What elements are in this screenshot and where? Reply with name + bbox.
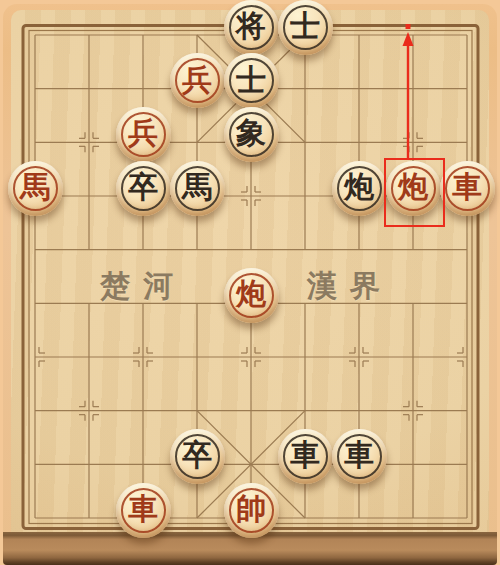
move-highlight-box (384, 158, 445, 227)
piece-glyph: 卒 (182, 440, 212, 470)
piece-glyph: 卒 (128, 172, 158, 202)
piece-red-soldier[interactable]: 兵 (170, 53, 225, 108)
piece-black-cannon[interactable]: 炮 (332, 161, 387, 216)
piece-black-soldier[interactable]: 卒 (170, 429, 225, 484)
piece-glyph: 炮 (236, 279, 266, 309)
piece-glyph: 馬 (182, 172, 212, 202)
piece-red-general[interactable]: 帥 (224, 483, 279, 538)
piece-glyph: 帥 (236, 494, 266, 524)
river-label-han-jie: 漢界 (307, 266, 393, 307)
piece-black-horse[interactable]: 馬 (170, 161, 225, 216)
piece-glyph: 兵 (128, 118, 158, 148)
piece-red-soldier[interactable]: 兵 (116, 107, 171, 162)
piece-red-chariot[interactable]: 車 (440, 161, 495, 216)
piece-black-chariot[interactable]: 車 (278, 429, 333, 484)
piece-glyph: 兵 (182, 65, 212, 95)
piece-black-soldier[interactable]: 卒 (116, 161, 171, 216)
piece-glyph: 象 (236, 118, 266, 148)
piece-glyph: 馬 (20, 172, 50, 202)
piece-glyph: 車 (290, 440, 320, 470)
piece-black-general[interactable]: 将 (224, 0, 279, 55)
piece-red-horse[interactable]: 馬 (8, 161, 63, 216)
piece-glyph: 士 (236, 65, 266, 95)
piece-red-cannon[interactable]: 炮 (224, 268, 279, 323)
piece-glyph: 炮 (344, 172, 374, 202)
piece-glyph: 車 (452, 172, 482, 202)
piece-black-chariot[interactable]: 車 (332, 429, 387, 484)
piece-black-advisor[interactable]: 士 (224, 53, 279, 108)
piece-glyph: 車 (344, 440, 374, 470)
piece-glyph: 士 (290, 11, 320, 41)
piece-black-elephant[interactable]: 象 (224, 107, 279, 162)
piece-glyph: 車 (128, 494, 158, 524)
piece-red-chariot[interactable]: 車 (116, 483, 171, 538)
piece-glyph: 将 (236, 11, 266, 41)
piece-black-advisor[interactable]: 士 (278, 0, 333, 55)
river-label-chu-he: 楚河 (100, 266, 186, 307)
xiangqi-app: { "game": "xiangqi", "position": { "fen"… (0, 0, 500, 565)
